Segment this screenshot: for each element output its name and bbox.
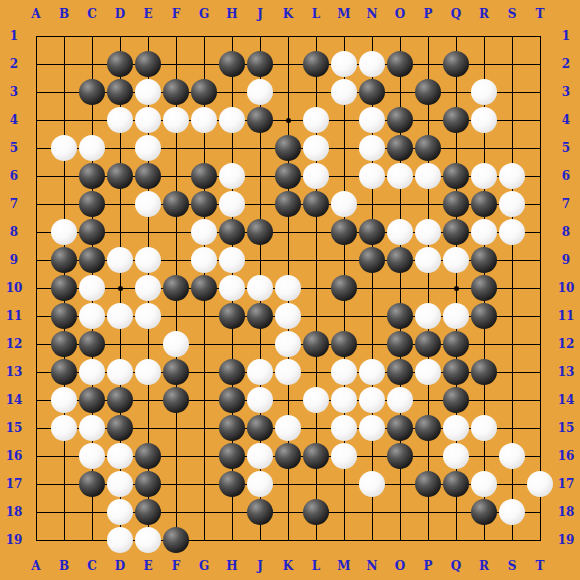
point-M7[interactable] [330, 190, 358, 218]
point-H14[interactable] [218, 386, 246, 414]
point-K4[interactable] [274, 106, 302, 134]
point-G4[interactable] [190, 106, 218, 134]
point-J6[interactable] [246, 162, 274, 190]
point-B2[interactable] [50, 50, 78, 78]
point-D5[interactable] [106, 134, 134, 162]
point-S8[interactable] [498, 218, 526, 246]
point-C5[interactable] [78, 134, 106, 162]
point-E5[interactable] [134, 134, 162, 162]
point-C8[interactable] [78, 218, 106, 246]
point-N7[interactable] [358, 190, 386, 218]
point-Q1[interactable] [442, 22, 470, 50]
point-F19[interactable] [162, 526, 190, 554]
point-R10[interactable] [470, 274, 498, 302]
point-J14[interactable] [246, 386, 274, 414]
point-K12[interactable] [274, 330, 302, 358]
point-D8[interactable] [106, 218, 134, 246]
point-Q15[interactable] [442, 414, 470, 442]
point-P4[interactable] [414, 106, 442, 134]
point-E6[interactable] [134, 162, 162, 190]
point-L12[interactable] [302, 330, 330, 358]
point-R3[interactable] [470, 78, 498, 106]
point-O1[interactable] [386, 22, 414, 50]
point-K14[interactable] [274, 386, 302, 414]
point-E19[interactable] [134, 526, 162, 554]
point-T13[interactable] [526, 358, 554, 386]
point-A10[interactable] [22, 274, 50, 302]
point-J18[interactable] [246, 498, 274, 526]
point-J2[interactable] [246, 50, 274, 78]
point-F1[interactable] [162, 22, 190, 50]
point-G10[interactable] [190, 274, 218, 302]
point-C12[interactable] [78, 330, 106, 358]
point-R1[interactable] [470, 22, 498, 50]
point-P14[interactable] [414, 386, 442, 414]
point-G1[interactable] [190, 22, 218, 50]
point-R11[interactable] [470, 302, 498, 330]
point-Q18[interactable] [442, 498, 470, 526]
point-C7[interactable] [78, 190, 106, 218]
point-E13[interactable] [134, 358, 162, 386]
point-E1[interactable] [134, 22, 162, 50]
point-S6[interactable] [498, 162, 526, 190]
point-N10[interactable] [358, 274, 386, 302]
point-B12[interactable] [50, 330, 78, 358]
point-A7[interactable] [22, 190, 50, 218]
point-E10[interactable] [134, 274, 162, 302]
point-T16[interactable] [526, 442, 554, 470]
point-H5[interactable] [218, 134, 246, 162]
point-H2[interactable] [218, 50, 246, 78]
point-S14[interactable] [498, 386, 526, 414]
point-Q9[interactable] [442, 246, 470, 274]
point-O4[interactable] [386, 106, 414, 134]
point-D15[interactable] [106, 414, 134, 442]
point-M12[interactable] [330, 330, 358, 358]
point-S16[interactable] [498, 442, 526, 470]
point-T18[interactable] [526, 498, 554, 526]
point-H13[interactable] [218, 358, 246, 386]
point-H8[interactable] [218, 218, 246, 246]
point-K13[interactable] [274, 358, 302, 386]
point-T10[interactable] [526, 274, 554, 302]
point-Q7[interactable] [442, 190, 470, 218]
point-N14[interactable] [358, 386, 386, 414]
point-Q2[interactable] [442, 50, 470, 78]
point-J5[interactable] [246, 134, 274, 162]
point-M4[interactable] [330, 106, 358, 134]
point-G3[interactable] [190, 78, 218, 106]
point-K2[interactable] [274, 50, 302, 78]
point-S11[interactable] [498, 302, 526, 330]
point-A12[interactable] [22, 330, 50, 358]
point-C16[interactable] [78, 442, 106, 470]
point-C9[interactable] [78, 246, 106, 274]
point-F15[interactable] [162, 414, 190, 442]
point-S7[interactable] [498, 190, 526, 218]
point-N5[interactable] [358, 134, 386, 162]
point-T7[interactable] [526, 190, 554, 218]
point-C10[interactable] [78, 274, 106, 302]
point-S13[interactable] [498, 358, 526, 386]
point-G9[interactable] [190, 246, 218, 274]
point-C19[interactable] [78, 526, 106, 554]
point-O7[interactable] [386, 190, 414, 218]
point-M9[interactable] [330, 246, 358, 274]
point-H3[interactable] [218, 78, 246, 106]
point-D11[interactable] [106, 302, 134, 330]
point-G12[interactable] [190, 330, 218, 358]
point-H1[interactable] [218, 22, 246, 50]
point-M3[interactable] [330, 78, 358, 106]
point-C3[interactable] [78, 78, 106, 106]
point-F9[interactable] [162, 246, 190, 274]
point-A15[interactable] [22, 414, 50, 442]
point-B3[interactable] [50, 78, 78, 106]
point-S17[interactable] [498, 470, 526, 498]
point-F14[interactable] [162, 386, 190, 414]
point-G2[interactable] [190, 50, 218, 78]
point-B11[interactable] [50, 302, 78, 330]
point-R7[interactable] [470, 190, 498, 218]
point-B15[interactable] [50, 414, 78, 442]
point-D1[interactable] [106, 22, 134, 50]
point-B13[interactable] [50, 358, 78, 386]
point-T1[interactable] [526, 22, 554, 50]
point-J11[interactable] [246, 302, 274, 330]
point-P1[interactable] [414, 22, 442, 50]
point-N17[interactable] [358, 470, 386, 498]
point-N18[interactable] [358, 498, 386, 526]
point-R9[interactable] [470, 246, 498, 274]
point-O6[interactable] [386, 162, 414, 190]
point-R6[interactable] [470, 162, 498, 190]
point-H16[interactable] [218, 442, 246, 470]
point-T9[interactable] [526, 246, 554, 274]
point-J9[interactable] [246, 246, 274, 274]
point-E7[interactable] [134, 190, 162, 218]
point-J16[interactable] [246, 442, 274, 470]
point-N6[interactable] [358, 162, 386, 190]
point-B9[interactable] [50, 246, 78, 274]
point-E8[interactable] [134, 218, 162, 246]
point-G11[interactable] [190, 302, 218, 330]
point-H18[interactable] [218, 498, 246, 526]
point-A14[interactable] [22, 386, 50, 414]
point-G19[interactable] [190, 526, 218, 554]
point-G6[interactable] [190, 162, 218, 190]
point-D13[interactable] [106, 358, 134, 386]
point-C2[interactable] [78, 50, 106, 78]
point-N11[interactable] [358, 302, 386, 330]
point-O8[interactable] [386, 218, 414, 246]
point-R14[interactable] [470, 386, 498, 414]
point-T11[interactable] [526, 302, 554, 330]
point-Q19[interactable] [442, 526, 470, 554]
point-L5[interactable] [302, 134, 330, 162]
point-E2[interactable] [134, 50, 162, 78]
point-F18[interactable] [162, 498, 190, 526]
point-T6[interactable] [526, 162, 554, 190]
point-O19[interactable] [386, 526, 414, 554]
point-K5[interactable] [274, 134, 302, 162]
point-E3[interactable] [134, 78, 162, 106]
point-O10[interactable] [386, 274, 414, 302]
point-S3[interactable] [498, 78, 526, 106]
point-R5[interactable] [470, 134, 498, 162]
point-B16[interactable] [50, 442, 78, 470]
point-M6[interactable] [330, 162, 358, 190]
point-A11[interactable] [22, 302, 50, 330]
point-O16[interactable] [386, 442, 414, 470]
point-Q6[interactable] [442, 162, 470, 190]
point-S4[interactable] [498, 106, 526, 134]
point-R12[interactable] [470, 330, 498, 358]
point-C13[interactable] [78, 358, 106, 386]
point-F5[interactable] [162, 134, 190, 162]
point-D10[interactable] [106, 274, 134, 302]
point-P8[interactable] [414, 218, 442, 246]
point-S2[interactable] [498, 50, 526, 78]
point-Q17[interactable] [442, 470, 470, 498]
point-S18[interactable] [498, 498, 526, 526]
point-Q12[interactable] [442, 330, 470, 358]
point-N13[interactable] [358, 358, 386, 386]
point-J13[interactable] [246, 358, 274, 386]
point-T5[interactable] [526, 134, 554, 162]
point-J12[interactable] [246, 330, 274, 358]
point-Q11[interactable] [442, 302, 470, 330]
point-G17[interactable] [190, 470, 218, 498]
point-O15[interactable] [386, 414, 414, 442]
point-E14[interactable] [134, 386, 162, 414]
point-B8[interactable] [50, 218, 78, 246]
point-G5[interactable] [190, 134, 218, 162]
point-N1[interactable] [358, 22, 386, 50]
point-L3[interactable] [302, 78, 330, 106]
point-E17[interactable] [134, 470, 162, 498]
point-L11[interactable] [302, 302, 330, 330]
point-S9[interactable] [498, 246, 526, 274]
point-A19[interactable] [22, 526, 50, 554]
point-T2[interactable] [526, 50, 554, 78]
point-K6[interactable] [274, 162, 302, 190]
point-P3[interactable] [414, 78, 442, 106]
point-M14[interactable] [330, 386, 358, 414]
point-H15[interactable] [218, 414, 246, 442]
point-K1[interactable] [274, 22, 302, 50]
point-D19[interactable] [106, 526, 134, 554]
point-J4[interactable] [246, 106, 274, 134]
point-S12[interactable] [498, 330, 526, 358]
point-J8[interactable] [246, 218, 274, 246]
point-M16[interactable] [330, 442, 358, 470]
point-K11[interactable] [274, 302, 302, 330]
point-L2[interactable] [302, 50, 330, 78]
point-Q13[interactable] [442, 358, 470, 386]
point-R4[interactable] [470, 106, 498, 134]
point-H9[interactable] [218, 246, 246, 274]
point-Q8[interactable] [442, 218, 470, 246]
point-O11[interactable] [386, 302, 414, 330]
point-F12[interactable] [162, 330, 190, 358]
point-K10[interactable] [274, 274, 302, 302]
point-P19[interactable] [414, 526, 442, 554]
point-N2[interactable] [358, 50, 386, 78]
point-H10[interactable] [218, 274, 246, 302]
point-S1[interactable] [498, 22, 526, 50]
point-H4[interactable] [218, 106, 246, 134]
point-Q14[interactable] [442, 386, 470, 414]
point-F16[interactable] [162, 442, 190, 470]
point-P16[interactable] [414, 442, 442, 470]
point-R8[interactable] [470, 218, 498, 246]
point-D14[interactable] [106, 386, 134, 414]
point-A3[interactable] [22, 78, 50, 106]
point-O12[interactable] [386, 330, 414, 358]
point-D6[interactable] [106, 162, 134, 190]
point-G13[interactable] [190, 358, 218, 386]
point-T17[interactable] [526, 470, 554, 498]
point-L6[interactable] [302, 162, 330, 190]
point-N3[interactable] [358, 78, 386, 106]
point-M15[interactable] [330, 414, 358, 442]
point-G18[interactable] [190, 498, 218, 526]
point-F3[interactable] [162, 78, 190, 106]
point-A16[interactable] [22, 442, 50, 470]
point-E11[interactable] [134, 302, 162, 330]
point-O5[interactable] [386, 134, 414, 162]
point-J7[interactable] [246, 190, 274, 218]
point-A2[interactable] [22, 50, 50, 78]
point-R2[interactable] [470, 50, 498, 78]
point-E12[interactable] [134, 330, 162, 358]
point-P15[interactable] [414, 414, 442, 442]
point-O17[interactable] [386, 470, 414, 498]
point-D12[interactable] [106, 330, 134, 358]
point-L7[interactable] [302, 190, 330, 218]
point-B5[interactable] [50, 134, 78, 162]
point-L16[interactable] [302, 442, 330, 470]
point-S10[interactable] [498, 274, 526, 302]
point-F2[interactable] [162, 50, 190, 78]
point-E16[interactable] [134, 442, 162, 470]
point-S15[interactable] [498, 414, 526, 442]
point-C11[interactable] [78, 302, 106, 330]
point-R15[interactable] [470, 414, 498, 442]
point-A4[interactable] [22, 106, 50, 134]
point-F17[interactable] [162, 470, 190, 498]
point-P12[interactable] [414, 330, 442, 358]
point-F10[interactable] [162, 274, 190, 302]
point-S19[interactable] [498, 526, 526, 554]
point-C17[interactable] [78, 470, 106, 498]
point-R19[interactable] [470, 526, 498, 554]
point-E15[interactable] [134, 414, 162, 442]
point-A18[interactable] [22, 498, 50, 526]
point-P2[interactable] [414, 50, 442, 78]
point-L8[interactable] [302, 218, 330, 246]
point-P6[interactable] [414, 162, 442, 190]
point-O18[interactable] [386, 498, 414, 526]
point-K7[interactable] [274, 190, 302, 218]
point-P13[interactable] [414, 358, 442, 386]
point-D2[interactable] [106, 50, 134, 78]
point-K9[interactable] [274, 246, 302, 274]
point-T12[interactable] [526, 330, 554, 358]
point-L14[interactable] [302, 386, 330, 414]
point-O13[interactable] [386, 358, 414, 386]
point-D4[interactable] [106, 106, 134, 134]
point-M13[interactable] [330, 358, 358, 386]
point-H17[interactable] [218, 470, 246, 498]
point-M19[interactable] [330, 526, 358, 554]
point-J3[interactable] [246, 78, 274, 106]
point-P7[interactable] [414, 190, 442, 218]
point-A13[interactable] [22, 358, 50, 386]
point-B6[interactable] [50, 162, 78, 190]
point-Q10[interactable] [442, 274, 470, 302]
point-B19[interactable] [50, 526, 78, 554]
point-A8[interactable] [22, 218, 50, 246]
point-G16[interactable] [190, 442, 218, 470]
point-P17[interactable] [414, 470, 442, 498]
point-N8[interactable] [358, 218, 386, 246]
point-P10[interactable] [414, 274, 442, 302]
point-H7[interactable] [218, 190, 246, 218]
point-N16[interactable] [358, 442, 386, 470]
point-O3[interactable] [386, 78, 414, 106]
point-P5[interactable] [414, 134, 442, 162]
point-C6[interactable] [78, 162, 106, 190]
point-R18[interactable] [470, 498, 498, 526]
point-B1[interactable] [50, 22, 78, 50]
point-J1[interactable] [246, 22, 274, 50]
point-N9[interactable] [358, 246, 386, 274]
point-L15[interactable] [302, 414, 330, 442]
point-G14[interactable] [190, 386, 218, 414]
point-N4[interactable] [358, 106, 386, 134]
point-K3[interactable] [274, 78, 302, 106]
point-L10[interactable] [302, 274, 330, 302]
point-K18[interactable] [274, 498, 302, 526]
point-E18[interactable] [134, 498, 162, 526]
point-J15[interactable] [246, 414, 274, 442]
point-F13[interactable] [162, 358, 190, 386]
point-J19[interactable] [246, 526, 274, 554]
point-D3[interactable] [106, 78, 134, 106]
point-P9[interactable] [414, 246, 442, 274]
point-M1[interactable] [330, 22, 358, 50]
point-T8[interactable] [526, 218, 554, 246]
point-M11[interactable] [330, 302, 358, 330]
point-F7[interactable] [162, 190, 190, 218]
point-Q5[interactable] [442, 134, 470, 162]
point-D9[interactable] [106, 246, 134, 274]
point-G15[interactable] [190, 414, 218, 442]
point-K19[interactable] [274, 526, 302, 554]
point-J17[interactable] [246, 470, 274, 498]
point-C4[interactable] [78, 106, 106, 134]
point-C15[interactable] [78, 414, 106, 442]
point-Q4[interactable] [442, 106, 470, 134]
point-M10[interactable] [330, 274, 358, 302]
point-L1[interactable] [302, 22, 330, 50]
point-A5[interactable] [22, 134, 50, 162]
point-A9[interactable] [22, 246, 50, 274]
point-C14[interactable] [78, 386, 106, 414]
point-M2[interactable] [330, 50, 358, 78]
